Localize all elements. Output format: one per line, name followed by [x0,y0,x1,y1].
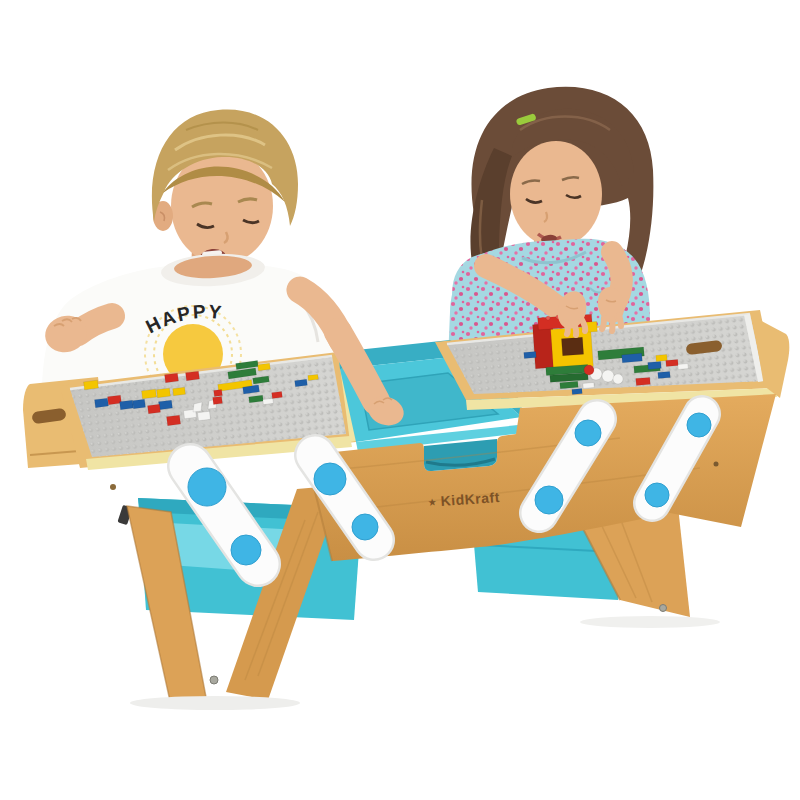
right-leg-screw [660,605,667,612]
pivot-cap [645,483,669,507]
left-leg-screw [210,676,218,684]
pivot-cap [352,514,378,540]
pivot-cap [575,420,601,446]
floor-shadow-right [580,616,720,628]
floor-shadow-left [130,696,300,710]
girl-face [510,141,602,247]
pivot-cap [314,463,346,495]
apron-screw-left [110,484,116,490]
pivot-cap [535,486,563,514]
product-photo: HAPPY [0,0,800,800]
kidkraft-star-icon: ★ [427,496,437,508]
house-window [561,337,583,355]
pivot-cap [231,535,261,565]
apron-screw-right [714,462,719,467]
pivot-cap [188,468,226,506]
pivot-cap [687,413,711,437]
